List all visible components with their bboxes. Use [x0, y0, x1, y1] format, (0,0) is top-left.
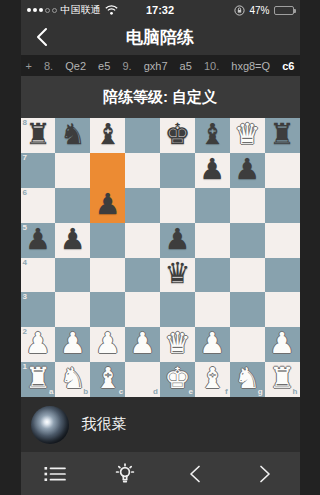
move-token[interactable]: 8. [44, 60, 53, 72]
black-pawn-piece: ♟ [25, 225, 51, 254]
rank-label-6: 6 [23, 189, 27, 197]
square-h8[interactable]: ♜ [265, 118, 300, 153]
move-token[interactable]: gxh7 [144, 60, 168, 72]
square-d5[interactable] [125, 223, 160, 258]
square-e3[interactable] [160, 292, 195, 327]
black-king-piece: ♚ [164, 120, 190, 149]
square-f2[interactable]: ♟ [195, 327, 230, 362]
move-token[interactable]: Qe2 [65, 60, 86, 72]
black-bishop-piece: ♝ [95, 120, 121, 149]
move-list-bar[interactable]: +8.Qe2e59.gxh7a510.hxg8=Qc6 [21, 55, 300, 76]
square-d4[interactable] [125, 258, 160, 293]
square-d2[interactable]: ♟ [125, 327, 160, 362]
white-rook-piece: ♜ [269, 364, 295, 393]
square-a1[interactable]: 1a♜ [21, 362, 56, 397]
white-pawn-piece: ♟ [269, 329, 295, 358]
chess-board[interactable]: 8♜♞♝♚♝♛♜7♟♟6♟5♟♟♟4♛32♟♟♟♟♛♟♟1a♜b♞c♝de♚f♝… [21, 118, 300, 397]
white-pawn-piece: ♟ [25, 329, 51, 358]
next-move-button[interactable] [230, 452, 300, 495]
square-a3[interactable]: 3 [21, 292, 56, 327]
move-token[interactable]: a5 [180, 60, 192, 72]
white-pawn-piece: ♟ [130, 329, 156, 358]
hint-button[interactable] [90, 452, 160, 495]
square-h1[interactable]: h♜ [265, 362, 300, 397]
move-token[interactable]: + [26, 60, 32, 72]
black-pawn-piece: ♟ [164, 225, 190, 254]
white-bishop-piece: ♝ [199, 364, 225, 393]
file-label-e: e [188, 388, 192, 396]
white-pawn-piece: ♟ [199, 329, 225, 358]
square-b5[interactable]: ♟ [55, 223, 90, 258]
battery-percent-label: 47% [249, 5, 269, 16]
square-h3[interactable] [265, 292, 300, 327]
square-h7[interactable] [265, 153, 300, 188]
app-screen: 中国联通 17:32 47% 电脑陪练 +8.Qe2e59. [21, 0, 300, 495]
battery-icon [274, 6, 294, 15]
square-a6[interactable]: 6 [21, 188, 56, 223]
black-pawn-piece: ♟ [60, 225, 86, 254]
square-d1[interactable]: d [125, 362, 160, 397]
square-a7[interactable]: 7 [21, 153, 56, 188]
square-b1[interactable]: b♞ [55, 362, 90, 397]
chevron-left-icon [189, 465, 201, 483]
file-label-a: a [49, 388, 53, 396]
white-pawn-piece: ♟ [60, 329, 86, 358]
back-button[interactable] [29, 24, 55, 50]
square-f8[interactable]: ♝ [195, 118, 230, 153]
black-rook-piece: ♜ [25, 120, 51, 149]
square-b8[interactable]: ♞ [55, 118, 90, 153]
square-c2[interactable]: ♟ [90, 327, 125, 362]
square-c8[interactable]: ♝ [90, 118, 125, 153]
white-knight-piece: ♞ [60, 364, 86, 393]
square-c6[interactable]: ♟ [90, 188, 125, 223]
square-c7[interactable] [90, 153, 125, 188]
file-label-c: c [119, 388, 123, 396]
square-b2[interactable]: ♟ [55, 327, 90, 362]
rank-label-3: 3 [23, 293, 27, 301]
rank-label-5: 5 [23, 224, 27, 232]
white-pawn-piece: ♟ [95, 329, 121, 358]
previous-move-button[interactable] [160, 452, 230, 495]
file-label-d: d [153, 388, 158, 396]
square-e5[interactable]: ♟ [160, 223, 195, 258]
orientation-lock-icon [234, 5, 245, 16]
square-h6[interactable] [265, 188, 300, 223]
square-e4[interactable]: ♛ [160, 258, 195, 293]
square-g7[interactable]: ♟ [230, 153, 265, 188]
white-rook-piece: ♜ [25, 364, 51, 393]
square-h2[interactable]: ♟ [265, 327, 300, 362]
rank-label-8: 8 [23, 119, 27, 127]
square-f3[interactable] [195, 292, 230, 327]
file-label-f: f [225, 388, 228, 396]
chevron-right-icon [259, 465, 271, 483]
black-knight-piece: ♞ [60, 120, 86, 149]
square-e1[interactable]: e♚ [160, 362, 195, 397]
square-f4[interactable] [195, 258, 230, 293]
file-label-b: b [83, 388, 88, 396]
black-pawn-piece: ♟ [95, 190, 121, 219]
move-token[interactable]: 9. [122, 60, 131, 72]
square-b4[interactable] [55, 258, 90, 293]
square-a5[interactable]: 5♟ [21, 223, 56, 258]
square-f5[interactable] [195, 223, 230, 258]
white-bishop-piece: ♝ [95, 364, 121, 393]
square-c4[interactable] [90, 258, 125, 293]
square-g8[interactable]: ♛ [230, 118, 265, 153]
square-b7[interactable] [55, 153, 90, 188]
move-token[interactable]: e5 [98, 60, 110, 72]
square-g4[interactable] [230, 258, 265, 293]
square-f6[interactable] [195, 188, 230, 223]
square-c1[interactable]: c♝ [90, 362, 125, 397]
square-g5[interactable] [230, 223, 265, 258]
bottom-toolbar [21, 452, 300, 495]
square-a4[interactable]: 4 [21, 258, 56, 293]
engine-avatar [31, 406, 69, 444]
square-f1[interactable]: f♝ [195, 362, 230, 397]
rank-label-2: 2 [23, 328, 27, 336]
square-a2[interactable]: 2♟ [21, 327, 56, 362]
square-e2[interactable]: ♛ [160, 327, 195, 362]
square-d8[interactable] [125, 118, 160, 153]
square-c3[interactable] [90, 292, 125, 327]
nav-bar: 电脑陪练 [21, 20, 300, 55]
practice-level-label: 陪练等级: 自定义 [21, 76, 300, 118]
square-g1[interactable]: g♞ [230, 362, 265, 397]
square-e8[interactable]: ♚ [160, 118, 195, 153]
square-c5[interactable] [90, 223, 125, 258]
engine-message: 我很菜 [82, 415, 127, 434]
white-knight-piece: ♞ [234, 364, 260, 393]
rank-label-4: 4 [23, 259, 27, 267]
square-g6[interactable] [230, 188, 265, 223]
square-h5[interactable] [265, 223, 300, 258]
square-d3[interactable] [125, 292, 160, 327]
status-bar: 中国联通 17:32 47% [21, 0, 300, 20]
rank-label-1: 1 [23, 363, 27, 371]
square-d6[interactable] [125, 188, 160, 223]
list-icon [44, 466, 66, 482]
square-g2[interactable] [230, 327, 265, 362]
black-pawn-piece: ♟ [234, 155, 260, 184]
lightbulb-icon [114, 463, 136, 485]
square-d7[interactable] [125, 153, 160, 188]
page-title: 电脑陪练 [126, 26, 194, 49]
white-queen-piece: ♛ [164, 329, 190, 358]
square-h4[interactable] [265, 258, 300, 293]
white-king-piece: ♚ [164, 364, 190, 393]
file-label-h: h [293, 388, 298, 396]
move-token[interactable]: hxg8=Q [231, 60, 270, 72]
engine-message-bar: 我很菜 [21, 397, 300, 452]
chevron-left-icon [36, 27, 48, 47]
white-queen-piece: ♛ [234, 120, 260, 149]
move-token[interactable]: 10. [204, 60, 219, 72]
black-rook-piece: ♜ [269, 120, 295, 149]
square-b3[interactable] [55, 292, 90, 327]
move-list-button[interactable] [21, 452, 91, 495]
black-bishop-piece: ♝ [199, 120, 225, 149]
current-move[interactable]: c6 [282, 60, 294, 72]
square-e6[interactable] [160, 188, 195, 223]
square-e7[interactable] [160, 153, 195, 188]
square-a8[interactable]: 8♜ [21, 118, 56, 153]
black-pawn-piece: ♟ [199, 155, 225, 184]
square-b6[interactable] [55, 188, 90, 223]
file-label-g: g [258, 388, 263, 396]
rank-label-7: 7 [23, 154, 27, 162]
square-f7[interactable]: ♟ [195, 153, 230, 188]
black-queen-piece: ♛ [164, 259, 190, 288]
square-g3[interactable] [230, 292, 265, 327]
